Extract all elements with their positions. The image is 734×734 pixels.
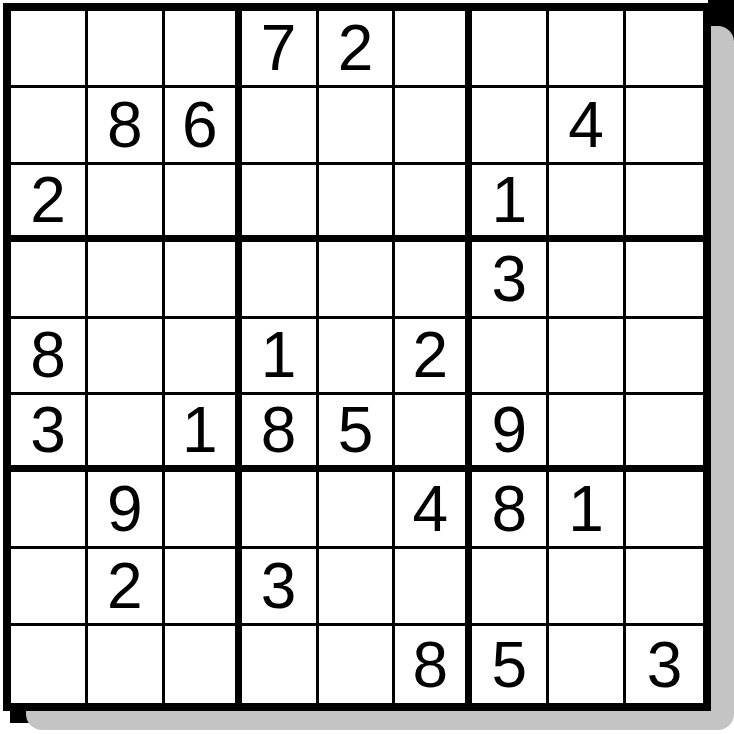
cell-r9c8[interactable] xyxy=(549,626,626,703)
cell-r4c6[interactable] xyxy=(395,242,472,319)
cell-r3c3[interactable] xyxy=(165,165,242,242)
cell-r3c6[interactable] xyxy=(395,165,472,242)
cell-r2c2[interactable]: 8 xyxy=(88,88,165,165)
cell-r4c4[interactable] xyxy=(242,242,319,319)
cell-r4c7[interactable]: 3 xyxy=(472,242,549,319)
cell-r3c8[interactable] xyxy=(549,165,626,242)
cell-r3c1[interactable]: 2 xyxy=(11,165,88,242)
cell-r5c8[interactable] xyxy=(549,319,626,396)
cell-r6c7[interactable]: 9 xyxy=(472,395,549,472)
cell-r2c6[interactable] xyxy=(395,88,472,165)
cell-r7c8[interactable]: 1 xyxy=(549,472,626,549)
cell-r8c6[interactable] xyxy=(395,549,472,626)
cell-r1c4[interactable]: 7 xyxy=(242,11,319,88)
cell-r4c1[interactable] xyxy=(11,242,88,319)
cell-r2c3[interactable]: 6 xyxy=(165,88,242,165)
cell-r1c1[interactable] xyxy=(11,11,88,88)
cell-r4c5[interactable] xyxy=(319,242,396,319)
cell-r1c2[interactable] xyxy=(88,11,165,88)
cell-r8c7[interactable] xyxy=(472,549,549,626)
cell-r3c5[interactable] xyxy=(319,165,396,242)
cell-r1c7[interactable] xyxy=(472,11,549,88)
cell-r2c4[interactable] xyxy=(242,88,319,165)
cell-r9c1[interactable] xyxy=(11,626,88,703)
cell-r5c9[interactable] xyxy=(626,319,703,396)
cell-r4c9[interactable] xyxy=(626,242,703,319)
cell-r6c5[interactable]: 5 xyxy=(319,395,396,472)
cell-r8c5[interactable] xyxy=(319,549,396,626)
cell-r7c6[interactable]: 4 xyxy=(395,472,472,549)
cell-r5c2[interactable] xyxy=(88,319,165,396)
cell-r8c8[interactable] xyxy=(549,549,626,626)
cell-r7c4[interactable] xyxy=(242,472,319,549)
sudoku-grid: 7286421381231859948123853 xyxy=(11,11,703,703)
sudoku-board: 7286421381231859948123853 xyxy=(3,3,711,711)
cell-r6c6[interactable] xyxy=(395,395,472,472)
cell-r8c1[interactable] xyxy=(11,549,88,626)
cell-r9c7[interactable]: 5 xyxy=(472,626,549,703)
cell-r8c9[interactable] xyxy=(626,549,703,626)
cell-r1c3[interactable] xyxy=(165,11,242,88)
cell-r9c2[interactable] xyxy=(88,626,165,703)
cell-r2c8[interactable]: 4 xyxy=(549,88,626,165)
cell-r7c9[interactable] xyxy=(626,472,703,549)
cell-r7c3[interactable] xyxy=(165,472,242,549)
cell-r2c5[interactable] xyxy=(319,88,396,165)
cell-r5c4[interactable]: 1 xyxy=(242,319,319,396)
cell-r5c3[interactable] xyxy=(165,319,242,396)
cell-r2c9[interactable] xyxy=(626,88,703,165)
cell-r5c1[interactable]: 8 xyxy=(11,319,88,396)
cell-r5c5[interactable] xyxy=(319,319,396,396)
cell-r6c4[interactable]: 8 xyxy=(242,395,319,472)
cell-r4c8[interactable] xyxy=(549,242,626,319)
cell-r8c2[interactable]: 2 xyxy=(88,549,165,626)
cell-r1c5[interactable]: 2 xyxy=(319,11,396,88)
cell-r4c2[interactable] xyxy=(88,242,165,319)
cell-r3c7[interactable]: 1 xyxy=(472,165,549,242)
cell-r9c6[interactable]: 8 xyxy=(395,626,472,703)
cell-r8c3[interactable] xyxy=(165,549,242,626)
cell-r3c2[interactable] xyxy=(88,165,165,242)
cell-r3c4[interactable] xyxy=(242,165,319,242)
cell-r1c9[interactable] xyxy=(626,11,703,88)
sudoku-scene: 7286421381231859948123853 xyxy=(0,0,734,734)
cell-r9c9[interactable]: 3 xyxy=(626,626,703,703)
cell-r7c5[interactable] xyxy=(319,472,396,549)
cell-r9c4[interactable] xyxy=(242,626,319,703)
cell-r1c8[interactable] xyxy=(549,11,626,88)
cell-r6c1[interactable]: 3 xyxy=(11,395,88,472)
cell-r8c4[interactable]: 3 xyxy=(242,549,319,626)
cell-r3c9[interactable] xyxy=(626,165,703,242)
cell-r6c2[interactable] xyxy=(88,395,165,472)
cell-r5c7[interactable] xyxy=(472,319,549,396)
cell-r6c8[interactable] xyxy=(549,395,626,472)
cell-r4c3[interactable] xyxy=(165,242,242,319)
cell-r1c6[interactable] xyxy=(395,11,472,88)
cell-r7c7[interactable]: 8 xyxy=(472,472,549,549)
cell-r9c5[interactable] xyxy=(319,626,396,703)
cell-r7c2[interactable]: 9 xyxy=(88,472,165,549)
cell-r9c3[interactable] xyxy=(165,626,242,703)
cell-r7c1[interactable] xyxy=(11,472,88,549)
cell-r6c3[interactable]: 1 xyxy=(165,395,242,472)
cell-r6c9[interactable] xyxy=(626,395,703,472)
cell-r2c7[interactable] xyxy=(472,88,549,165)
cell-r2c1[interactable] xyxy=(11,88,88,165)
cell-r5c6[interactable]: 2 xyxy=(395,319,472,396)
